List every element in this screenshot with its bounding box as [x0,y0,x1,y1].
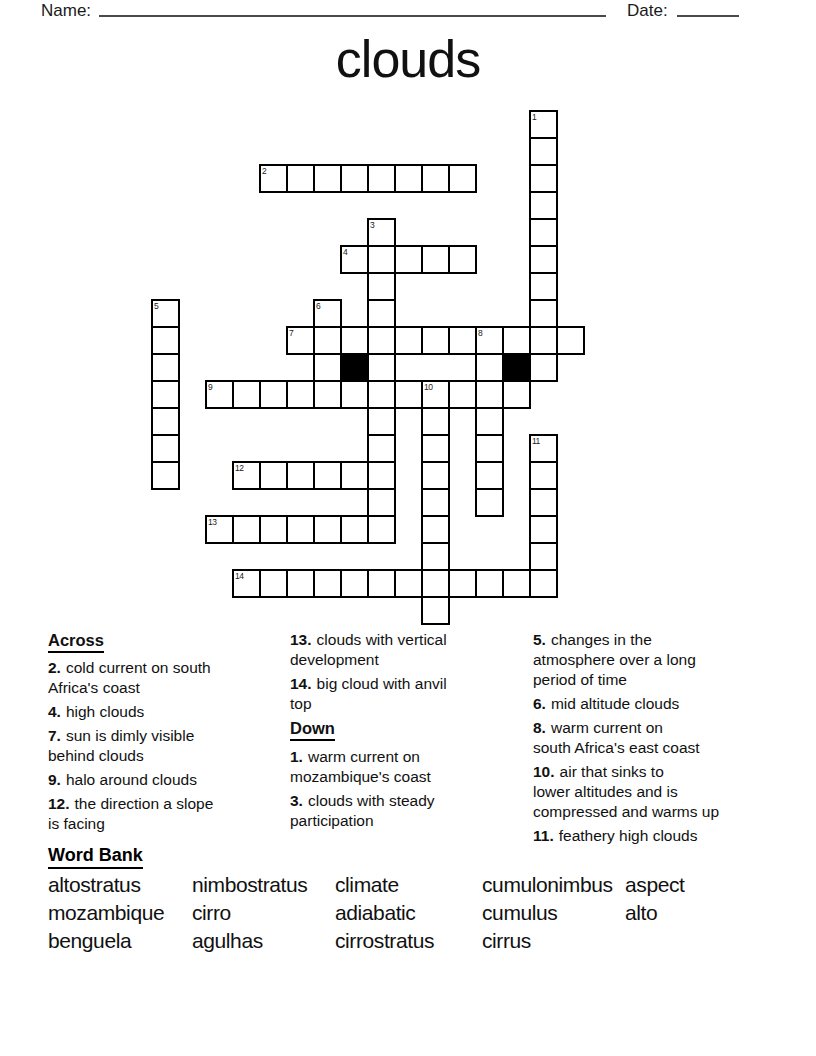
grid-cell-r15c8[interactable] [367,515,396,544]
cell-number: 13 [208,517,216,527]
grid-cell-r15c14[interactable] [529,515,558,544]
grid-cell-r16c14[interactable] [529,542,558,571]
grid-cell-r10c0[interactable] [151,380,180,409]
clue-text: clouds with vertical [317,631,447,648]
grid-cell-r5c10[interactable] [421,245,450,274]
grid-cell-r13c14[interactable] [529,461,558,490]
clue-across-7: 7.sun is dimly visible behind clouds [48,726,288,766]
clue-across-13: 13.clouds with vertical development [290,630,530,670]
page-title: clouds [0,33,816,85]
grid-cell-r5c8[interactable] [367,245,396,274]
clue-text: behind clouds [48,746,288,766]
clue-text: mozambique's coast [290,767,530,787]
cell-number: 12 [235,463,243,473]
grid-cell-r6c8[interactable] [367,272,396,301]
clue-across-9: 9.halo around clouds [48,770,288,790]
word-bank-item: cirro [192,899,335,927]
cell-number: 11 [532,436,540,446]
grid-cell-r7c6[interactable]: 6 [313,299,342,328]
clue-across-4: 4.high clouds [48,702,288,722]
grid-cell-r17c12[interactable] [475,569,504,598]
clue-number: 12. [48,795,70,812]
word-bank-item: benguela [48,927,192,955]
grid-cell-r17c7[interactable] [340,569,369,598]
clue-text: high clouds [66,703,144,720]
grid-cell-r12c10[interactable] [421,434,450,463]
middle-clues-column: 13.clouds with vertical development 14.b… [290,630,530,835]
clue-text: air that sinks to [560,763,664,780]
grid-cell-r8c13[interactable] [502,326,531,355]
word-bank-item: cirrus [482,927,625,955]
grid-cell-r10c2[interactable]: 9 [205,380,234,409]
word-bank-item: alto [625,899,772,927]
grid-cell-r2c4[interactable]: 2 [259,164,288,193]
grid-cell-r17c13[interactable] [502,569,531,598]
clue-across-2: 2.cold current on south Africa's coast [48,658,288,698]
grid-cell-r2c6[interactable] [313,164,342,193]
grid-cell-r11c0[interactable] [151,407,180,436]
clue-text: sun is dimly visible [66,727,194,744]
clue-number: 9. [48,771,61,788]
clue-text: clouds with steady [308,792,435,809]
grid-cell-r18c10[interactable] [421,596,450,625]
clue-number: 3. [290,792,303,809]
grid-cell-r9c0[interactable] [151,353,180,382]
cell-number: 3 [370,220,374,230]
cell-number: 7 [289,328,293,338]
grid-cell-r9c12[interactable] [475,353,504,382]
grid-cell-r9c6[interactable] [313,353,342,382]
clue-down-6: 6.mid altitude clouds [533,694,785,714]
grid-cell-r2c11[interactable] [448,164,477,193]
grid-cell-r5c14[interactable] [529,245,558,274]
down-clues-column: 5.changes in the atmosphere over a long … [533,630,785,850]
grid-cell-r13c5[interactable] [286,461,315,490]
grid-cell-r2c10[interactable] [421,164,450,193]
grid-cell-r17c10[interactable] [421,569,450,598]
clue-down-1: 1.warm current on mozambique's coast [290,747,530,787]
grid-cell-r13c12[interactable] [475,461,504,490]
grid-cell-r5c9[interactable] [394,245,423,274]
grid-cell-r17c11[interactable] [448,569,477,598]
cell-number: 10 [424,382,432,392]
grid-cell-r5c11[interactable] [448,245,477,274]
grid-cell-r15c4[interactable] [259,515,288,544]
grid-cell-r17c9[interactable] [394,569,423,598]
clue-text: atmosphere over a long [533,650,785,670]
grid-cell-r8c14[interactable] [529,326,558,355]
word-bank: altostratus nimbostratus climate cumulon… [48,871,772,955]
clue-text: big cloud with anvil [317,675,447,692]
word-bank-heading-text: Word Bank [48,845,143,869]
across-heading-text: Across [48,630,104,653]
grid-cell-r2c7[interactable] [340,164,369,193]
grid-cell-r13c3[interactable]: 12 [232,461,261,490]
grid-cell-r8c7[interactable] [340,326,369,355]
grid-cell-r10c13[interactable] [502,380,531,409]
cell-number: 6 [316,301,320,311]
clue-down-10: 10.air that sinks to lower altitudes and… [533,762,785,822]
clue-text: warm current on [551,719,663,736]
cell-number: 14 [235,571,243,581]
grid-cell-r13c4[interactable] [259,461,288,490]
date-label: Date: [627,1,668,21]
clue-number: 5. [533,631,546,648]
grid-cell-r15c6[interactable] [313,515,342,544]
grid-cell-r8c10[interactable] [421,326,450,355]
grid-cell-r0c14[interactable]: 1 [529,110,558,139]
clue-text: participation [290,811,530,831]
grid-cell-r15c3[interactable] [232,515,261,544]
grid-cell-r4c14[interactable] [529,218,558,247]
grid-cell-r14c14[interactable] [529,488,558,517]
clue-number: 1. [290,748,303,765]
cell-number: 8 [478,328,482,338]
grid-cell-r17c6[interactable] [313,569,342,598]
clue-number: 13. [290,631,312,648]
grid-cell-r15c7[interactable] [340,515,369,544]
grid-cell-r8c0[interactable] [151,326,180,355]
cell-number: 4 [343,247,347,257]
grid-cell-r9c14[interactable] [529,353,558,382]
word-bank-item: cumulonimbus [482,871,625,899]
grid-cell-r4c8[interactable]: 3 [367,218,396,247]
grid-cell-r7c0[interactable]: 5 [151,299,180,328]
clue-number: 7. [48,727,61,744]
clue-across-12: 12.the direction a slope is facing [48,794,288,834]
word-bank-item: mozambique [48,899,192,927]
clue-text: Africa's coast [48,678,288,698]
grid-cell-r11c12[interactable] [475,407,504,436]
grid-cell-r13c10[interactable] [421,461,450,490]
grid-cell-r11c10[interactable] [421,407,450,436]
grid-cell-r10c10[interactable]: 10 [421,380,450,409]
blocked-cell [340,353,369,382]
grid-cell-r5c7[interactable]: 4 [340,245,369,274]
grid-cell-r10c5[interactable] [286,380,315,409]
grid-cell-r12c14[interactable]: 11 [529,434,558,463]
grid-cell-r17c3[interactable]: 14 [232,569,261,598]
grid-cell-r14c10[interactable] [421,488,450,517]
date-underline[interactable] [677,2,739,17]
grid-cell-r15c2[interactable]: 13 [205,515,234,544]
grid-cell-r17c4[interactable] [259,569,288,598]
grid-cell-r11c8[interactable] [367,407,396,436]
name-label: Name: [41,1,91,21]
clue-number: 11. [533,827,554,844]
grid-cell-r2c5[interactable] [286,164,315,193]
grid-cell-r17c8[interactable] [367,569,396,598]
grid-cell-r6c14[interactable] [529,272,558,301]
grid-cell-r3c14[interactable] [529,191,558,220]
grid-cell-r17c14[interactable] [529,569,558,598]
grid-cell-r10c12[interactable] [475,380,504,409]
clue-number: 4. [48,703,61,720]
grid-cell-r13c8[interactable] [367,461,396,490]
clue-number: 14. [290,675,312,692]
grid-cell-r13c6[interactable] [313,461,342,490]
grid-cell-r8c9[interactable] [394,326,423,355]
cell-number: 1 [532,112,536,122]
clue-text: mid altitude clouds [551,695,679,712]
word-bank-item: nimbostratus [192,871,335,899]
clue-number: 8. [533,719,546,736]
clue-text: development [290,650,530,670]
clue-text: top [290,694,530,714]
grid-cell-r12c8[interactable] [367,434,396,463]
crossword-grid: 1234567891011121314 [151,110,585,625]
grid-cell-r10c8[interactable] [367,380,396,409]
across-heading: Across [48,630,288,653]
clue-text: compressed and warms up [533,802,785,822]
grid-cell-r12c0[interactable] [151,434,180,463]
grid-cell-r10c11[interactable] [448,380,477,409]
grid-cell-r7c8[interactable] [367,299,396,328]
clue-text: the direction a slope [75,795,214,812]
down-heading: Down [290,718,530,741]
clue-number: 2. [48,659,61,676]
name-underline[interactable] [99,2,606,17]
word-bank-item: adiabatic [335,899,482,927]
grid-cell-r10c3[interactable] [232,380,261,409]
clue-text: south Africa's east coast [533,738,785,758]
clue-down-5: 5.changes in the atmosphere over a long … [533,630,785,690]
cell-number: 9 [208,382,212,392]
grid-cell-r10c6[interactable] [313,380,342,409]
clue-text: is facing [48,814,288,834]
grid-cell-r14c8[interactable] [367,488,396,517]
word-bank-item: agulhas [192,927,335,955]
grid-cell-r16c10[interactable] [421,542,450,571]
grid-cell-r7c14[interactable] [529,299,558,328]
clue-number: 6. [533,695,546,712]
grid-cell-r2c8[interactable] [367,164,396,193]
clue-text: warm current on [308,748,420,765]
grid-cell-r9c8[interactable] [367,353,396,382]
word-bank-item: climate [335,871,482,899]
clue-across-14: 14.big cloud with anvil top [290,674,530,714]
word-bank-heading: Word Bank [48,845,143,869]
clue-text: lower altitudes and is [533,782,785,802]
grid-cell-r8c12[interactable]: 8 [475,326,504,355]
word-bank-item: altostratus [48,871,192,899]
grid-cell-r8c5[interactable]: 7 [286,326,315,355]
cell-number: 5 [154,301,158,311]
grid-cell-r14c12[interactable] [475,488,504,517]
blocked-cell [502,353,531,382]
clue-text: period of time [533,670,785,690]
clue-text: cold current on south [66,659,211,676]
down-heading-text: Down [290,718,335,741]
grid-cell-r13c7[interactable] [340,461,369,490]
word-bank-item: cumulus [482,899,625,927]
grid-cell-r10c9[interactable] [394,380,423,409]
grid-cell-r2c14[interactable] [529,164,558,193]
grid-cell-r10c7[interactable] [340,380,369,409]
word-bank-item: aspect [625,871,772,899]
clue-down-3: 3.clouds with steady participation [290,791,530,831]
grid-cell-r8c6[interactable] [313,326,342,355]
grid-cell-r2c9[interactable] [394,164,423,193]
clue-down-11: 11.feathery high clouds [533,826,785,846]
grid-cell-r8c15[interactable] [556,326,585,355]
clue-text: feathery high clouds [559,827,698,844]
grid-cell-r13c0[interactable] [151,461,180,490]
cell-number: 2 [262,166,266,176]
clue-text: halo around clouds [66,771,197,788]
word-bank-item: cirrostratus [335,927,482,955]
grid-cell-r10c4[interactable] [259,380,288,409]
grid-cell-r15c5[interactable] [286,515,315,544]
grid-cell-r12c12[interactable] [475,434,504,463]
clue-number: 10. [533,763,555,780]
grid-cell-r15c10[interactable] [421,515,450,544]
grid-cell-r17c5[interactable] [286,569,315,598]
grid-cell-r8c8[interactable] [367,326,396,355]
grid-cell-r8c11[interactable] [448,326,477,355]
across-clues-column: Across 2.cold current on south Africa's … [48,630,288,838]
grid-cell-r1c14[interactable] [529,137,558,166]
clue-down-8: 8.warm current on south Africa's east co… [533,718,785,758]
clue-text: changes in the [551,631,652,648]
